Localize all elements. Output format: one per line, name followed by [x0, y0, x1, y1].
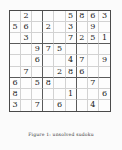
sudoku-cell-r5c3: 6: [32, 55, 43, 66]
sudoku-cell-r8c2: [21, 89, 32, 100]
sudoku-cell-r3c7: 2: [77, 33, 88, 44]
sudoku-cell-r3c2: 3: [21, 33, 32, 44]
sudoku-cell-r8c6: 1: [66, 89, 77, 100]
sudoku-cell-r3c3: [32, 33, 43, 44]
sudoku-cell-r4c7: [77, 44, 88, 55]
sudoku-cell-r5c6: 4: [66, 55, 77, 66]
sudoku-cell-r7c9: [99, 78, 110, 89]
sudoku-cell-r7c7: [77, 78, 88, 89]
sudoku-cell-r1c1: [10, 11, 21, 22]
sudoku-cell-r3c6: 7: [66, 33, 77, 44]
sudoku-cell-r4c8: [88, 44, 99, 55]
sudoku-cell-r8c3: [32, 89, 43, 100]
sudoku-cell-r9c2: [21, 100, 32, 111]
sudoku-cell-r2c1: 5: [10, 22, 21, 33]
sudoku-cell-r7c3: 5: [32, 78, 43, 89]
sudoku-cell-r6c8: [88, 67, 99, 78]
sudoku-cell-r2c8: 9: [88, 22, 99, 33]
sudoku-cell-r5c7: 7: [77, 55, 88, 66]
sudoku-cell-r6c9: [99, 67, 110, 78]
sudoku-cell-r1c7: 8: [77, 11, 88, 22]
sudoku-cell-r4c3: 9: [32, 44, 43, 55]
sudoku-cell-r2c5: [54, 22, 65, 33]
sudoku-cell-r3c8: 5: [88, 33, 99, 44]
sudoku-cell-r1c3: [32, 11, 43, 22]
sudoku-cell-r2c3: [32, 22, 43, 33]
sudoku-cell-r4c5: 5: [54, 44, 65, 55]
sudoku-cell-r8c4: [43, 89, 54, 100]
sudoku-cell-r8c8: [88, 89, 99, 100]
sudoku-cell-r5c5: [54, 55, 65, 66]
sudoku-cell-r8c9: 6: [99, 89, 110, 100]
sudoku-cell-r4c1: [10, 44, 21, 55]
sudoku-cell-r9c1: 3: [10, 100, 21, 111]
sudoku-cell-r6c2: 7: [21, 67, 32, 78]
sudoku-cell-r7c2: [21, 78, 32, 89]
sudoku-cell-r9c4: [43, 100, 54, 111]
sudoku-cell-r9c3: 7: [32, 100, 43, 111]
sudoku-cell-r1c4: [43, 11, 54, 22]
sudoku-cell-r2c9: [99, 22, 110, 33]
sudoku-cell-r6c4: [43, 67, 54, 78]
sudoku-cell-r3c9: 1: [99, 33, 110, 44]
sudoku-cell-r5c9: 9: [99, 55, 110, 66]
sudoku-cell-r8c7: [77, 89, 88, 100]
sudoku-cell-r7c4: 8: [43, 78, 54, 89]
sudoku-cell-r7c8: 7: [88, 78, 99, 89]
document-page: 2586356239372519756479728665878163764 Fi…: [0, 0, 122, 150]
sudoku-cell-r2c6: 3: [66, 22, 77, 33]
sudoku-cell-r1c9: 3: [99, 11, 110, 22]
sudoku-cell-r1c8: 6: [88, 11, 99, 22]
sudoku-cell-r6c6: 8: [66, 67, 77, 78]
sudoku-cell-r4c2: [21, 44, 32, 55]
sudoku-cell-r4c9: [99, 44, 110, 55]
sudoku-cell-r7c1: 6: [10, 78, 21, 89]
sudoku-cell-r9c7: [77, 100, 88, 111]
sudoku-cell-r8c1: 8: [10, 89, 21, 100]
sudoku-cell-r3c5: [54, 33, 65, 44]
sudoku-cell-r6c1: [10, 67, 21, 78]
sudoku-cell-r9c6: [66, 100, 77, 111]
sudoku-cell-r6c5: 2: [54, 67, 65, 78]
sudoku-cell-r1c5: [54, 11, 65, 22]
sudoku-cell-r9c9: [99, 100, 110, 111]
sudoku-cell-r2c4: 2: [43, 22, 54, 33]
sudoku-cell-r6c3: [32, 67, 43, 78]
sudoku-cell-r7c6: [66, 78, 77, 89]
sudoku-cell-r2c2: 6: [21, 22, 32, 33]
sudoku-cell-r5c1: [10, 55, 21, 66]
sudoku-board: 2586356239372519756479728665878163764: [9, 10, 111, 112]
sudoku-cell-r5c2: [21, 55, 32, 66]
figure-caption: Figure 1: unsolved sudoku: [0, 132, 122, 137]
sudoku-cell-r4c4: 7: [43, 44, 54, 55]
sudoku-cell-r8c5: [54, 89, 65, 100]
sudoku-cell-r4c6: [66, 44, 77, 55]
sudoku-cell-r9c8: 4: [88, 100, 99, 111]
sudoku-cell-r5c8: [88, 55, 99, 66]
sudoku-cell-r1c2: 2: [21, 11, 32, 22]
sudoku-cell-r6c7: 6: [77, 67, 88, 78]
sudoku-cell-r2c7: [77, 22, 88, 33]
sudoku-cell-r1c6: 5: [66, 11, 77, 22]
sudoku-cell-r3c4: [43, 33, 54, 44]
sudoku-cell-r7c5: [54, 78, 65, 89]
sudoku-cell-r5c4: [43, 55, 54, 66]
sudoku-cell-r9c5: 6: [54, 100, 65, 111]
sudoku-cell-r3c1: [10, 33, 21, 44]
